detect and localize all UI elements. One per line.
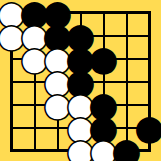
intersection-c1[interactable] xyxy=(46,139,69,161)
grid-line-horizontal xyxy=(11,58,24,60)
intersection-e5[interactable]: ● xyxy=(92,47,115,70)
intersection-c6[interactable]: ● xyxy=(46,24,69,47)
intersection-a6[interactable]: ● xyxy=(0,24,23,47)
grid-line-horizontal xyxy=(92,149,115,152)
grid-line-horizontal xyxy=(138,104,151,106)
grid-line-horizontal xyxy=(11,11,24,14)
grid-line-horizontal xyxy=(115,35,138,37)
intersection-b1[interactable] xyxy=(23,139,46,161)
intersection-c5[interactable]: ● xyxy=(46,47,69,70)
grid-line-horizontal xyxy=(11,149,24,152)
intersection-f1[interactable]: ● xyxy=(115,139,138,161)
intersection-a1[interactable] xyxy=(0,139,23,161)
grid-line-horizontal xyxy=(23,11,46,14)
grid-line-horizontal xyxy=(11,81,24,83)
intersection-b6[interactable]: ● xyxy=(23,24,46,47)
intersection-b3[interactable] xyxy=(23,93,46,116)
go-board: ●●●●●●●●●●●●●●●●●●●●●● xyxy=(0,1,161,161)
intersection-d1[interactable]: ● xyxy=(69,139,92,161)
grid-line-horizontal xyxy=(11,35,24,37)
intersection-b2[interactable] xyxy=(23,116,46,139)
grid-line-horizontal xyxy=(115,149,138,152)
intersection-d2[interactable]: ● xyxy=(69,116,92,139)
grid-line-horizontal xyxy=(11,104,24,106)
grid-line-horizontal xyxy=(23,127,46,129)
grid-line-horizontal xyxy=(92,35,115,37)
grid-line-horizontal xyxy=(69,127,92,129)
grid-line-horizontal xyxy=(115,104,138,106)
intersection-c4[interactable]: ● xyxy=(46,70,69,93)
intersection-g1[interactable] xyxy=(138,139,161,161)
intersection-a4[interactable] xyxy=(0,70,23,93)
intersection-f2[interactable] xyxy=(115,116,138,139)
grid-line-horizontal xyxy=(23,149,46,152)
grid-line-horizontal xyxy=(115,81,138,83)
grid-line-horizontal xyxy=(69,58,92,60)
grid-line-horizontal xyxy=(46,35,69,37)
intersection-e4[interactable] xyxy=(92,70,115,93)
grid-line-horizontal xyxy=(46,149,69,152)
grid-line-horizontal xyxy=(69,104,92,106)
intersection-a5[interactable] xyxy=(0,47,23,70)
intersection-d3[interactable]: ● xyxy=(69,93,92,116)
grid-line-horizontal xyxy=(92,104,115,106)
grid-line-horizontal xyxy=(69,11,92,14)
intersection-a2[interactable] xyxy=(0,116,23,139)
intersection-g3[interactable] xyxy=(138,93,161,116)
intersection-e2[interactable]: ● xyxy=(92,116,115,139)
intersection-d7[interactable] xyxy=(69,1,92,24)
grid-line-horizontal xyxy=(92,58,115,60)
intersection-d5[interactable]: ● xyxy=(69,47,92,70)
intersection-f6[interactable] xyxy=(115,24,138,47)
grid-line-horizontal xyxy=(138,58,151,60)
intersection-e3[interactable]: ● xyxy=(92,93,115,116)
grid-line-horizontal xyxy=(46,104,69,106)
intersection-a3[interactable] xyxy=(0,93,23,116)
grid-line-horizontal xyxy=(23,81,46,83)
grid-line-horizontal xyxy=(92,127,115,129)
intersection-g7[interactable] xyxy=(138,1,161,24)
grid-line-horizontal xyxy=(115,127,138,129)
intersection-b4[interactable] xyxy=(23,70,46,93)
intersection-c7[interactable]: ● xyxy=(46,1,69,24)
intersection-g4[interactable] xyxy=(138,70,161,93)
intersection-f7[interactable] xyxy=(115,1,138,24)
grid-line-horizontal xyxy=(115,58,138,60)
intersection-d4[interactable]: ● xyxy=(69,70,92,93)
intersection-g2[interactable]: ● xyxy=(138,116,161,139)
grid-line-horizontal xyxy=(138,11,151,14)
intersection-e1[interactable]: ● xyxy=(92,139,115,161)
grid-line-horizontal xyxy=(69,81,92,83)
intersection-a7[interactable]: ● xyxy=(0,1,23,24)
intersection-g5[interactable] xyxy=(138,47,161,70)
grid-line-horizontal xyxy=(138,149,151,152)
grid-line-horizontal xyxy=(115,11,138,14)
intersection-c2[interactable] xyxy=(46,116,69,139)
grid-line-horizontal xyxy=(23,58,46,60)
grid-line-horizontal xyxy=(46,58,69,60)
go-diagram: ●●●●●●●●●●●●●●●●●●●●●● xyxy=(0,0,161,161)
grid-line-horizontal xyxy=(46,11,69,14)
intersection-f3[interactable] xyxy=(115,93,138,116)
intersection-d6[interactable]: ● xyxy=(69,24,92,47)
grid-line-horizontal xyxy=(23,104,46,106)
grid-line-horizontal xyxy=(138,127,151,129)
grid-line-horizontal xyxy=(92,11,115,14)
grid-line-horizontal xyxy=(11,127,24,129)
intersection-c3[interactable]: ● xyxy=(46,93,69,116)
intersection-f5[interactable] xyxy=(115,47,138,70)
grid-line-horizontal xyxy=(69,149,92,152)
grid-line-horizontal xyxy=(138,35,151,37)
intersection-b5[interactable]: ● xyxy=(23,47,46,70)
grid-line-horizontal xyxy=(138,81,151,83)
grid-line-horizontal xyxy=(69,35,92,37)
grid-line-horizontal xyxy=(46,127,69,129)
grid-line-horizontal xyxy=(23,35,46,37)
intersection-g6[interactable] xyxy=(138,24,161,47)
intersection-e6[interactable] xyxy=(92,24,115,47)
intersection-f4[interactable] xyxy=(115,70,138,93)
intersection-e7[interactable] xyxy=(92,1,115,24)
intersection-b7[interactable]: ● xyxy=(23,1,46,24)
grid-line-horizontal xyxy=(92,81,115,83)
grid-line-horizontal xyxy=(46,81,69,83)
